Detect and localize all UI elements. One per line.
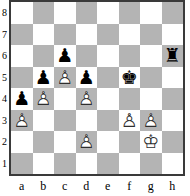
square-a4[interactable]: ♟	[11, 88, 33, 110]
square-f7[interactable]	[119, 24, 141, 46]
white-pawn-piece: ♟♙	[76, 131, 98, 153]
square-d2[interactable]: ♟♙	[76, 131, 98, 153]
square-d3[interactable]	[76, 110, 98, 132]
square-e6[interactable]	[97, 45, 119, 67]
square-f4[interactable]	[119, 88, 141, 110]
square-f3[interactable]: ♟♙	[119, 110, 141, 132]
square-f6[interactable]	[119, 45, 141, 67]
square-b7[interactable]	[33, 24, 55, 46]
rank-label-3: 3	[0, 110, 9, 132]
file-label-g: g	[140, 177, 162, 195]
white-pawn-piece: ♟♙	[119, 110, 141, 132]
square-f8[interactable]	[119, 2, 141, 24]
white-pawn-piece: ♟♙	[33, 88, 55, 110]
chess-board: ♟♜♟♟♙♟♚♟♟♙♟♙♟♙♟♙♟♙♟♙♚♔	[11, 2, 183, 174]
square-c7[interactable]	[54, 24, 76, 46]
rank-label-6: 6	[0, 45, 9, 67]
square-d8[interactable]	[76, 2, 98, 24]
square-h1[interactable]	[162, 153, 184, 175]
file-labels: a b c d e f g h	[11, 177, 183, 195]
square-b4[interactable]: ♟♙	[33, 88, 55, 110]
file-label-f: f	[119, 177, 141, 195]
square-e2[interactable]	[97, 131, 119, 153]
white-pawn-piece: ♟♙	[76, 88, 98, 110]
rank-label-4: 4	[0, 88, 9, 110]
square-c6[interactable]: ♟	[54, 45, 76, 67]
square-d4[interactable]: ♟♙	[76, 88, 98, 110]
file-label-h: h	[162, 177, 184, 195]
file-label-a: a	[11, 177, 33, 195]
square-f5[interactable]: ♚	[119, 67, 141, 89]
black-pawn-piece: ♟	[11, 88, 33, 110]
file-label-d: d	[76, 177, 98, 195]
square-g7[interactable]	[140, 24, 162, 46]
square-a5[interactable]	[11, 67, 33, 89]
square-g5[interactable]	[140, 67, 162, 89]
square-a8[interactable]	[11, 2, 33, 24]
square-b6[interactable]	[33, 45, 55, 67]
rank-label-2: 2	[0, 131, 9, 153]
square-d7[interactable]	[76, 24, 98, 46]
black-pawn-piece: ♟	[54, 45, 76, 67]
square-f2[interactable]	[119, 131, 141, 153]
square-g1[interactable]	[140, 153, 162, 175]
square-c1[interactable]	[54, 153, 76, 175]
black-king-piece: ♚	[119, 67, 141, 89]
square-h7[interactable]	[162, 24, 184, 46]
black-pawn-piece: ♟	[76, 67, 98, 89]
square-h5[interactable]	[162, 67, 184, 89]
square-d1[interactable]	[76, 153, 98, 175]
square-h6[interactable]: ♜	[162, 45, 184, 67]
file-label-b: b	[33, 177, 55, 195]
square-c3[interactable]	[54, 110, 76, 132]
square-h4[interactable]	[162, 88, 184, 110]
board-frame: ♟♜♟♟♙♟♚♟♟♙♟♙♟♙♟♙♟♙♟♙♚♔	[9, 0, 185, 176]
square-a1[interactable]	[11, 153, 33, 175]
square-g6[interactable]	[140, 45, 162, 67]
square-e8[interactable]	[97, 2, 119, 24]
square-b8[interactable]	[33, 2, 55, 24]
square-c5[interactable]: ♟♙	[54, 67, 76, 89]
square-h2[interactable]	[162, 131, 184, 153]
white-pawn-piece: ♟♙	[54, 67, 76, 89]
square-g2[interactable]: ♚♔	[140, 131, 162, 153]
square-b5[interactable]: ♟	[33, 67, 55, 89]
square-e4[interactable]	[97, 88, 119, 110]
rank-label-7: 7	[0, 24, 9, 46]
rank-label-8: 8	[0, 2, 9, 24]
square-e5[interactable]	[97, 67, 119, 89]
rank-label-1: 1	[0, 153, 9, 175]
square-e1[interactable]	[97, 153, 119, 175]
square-b3[interactable]	[33, 110, 55, 132]
black-pawn-piece: ♟	[33, 67, 55, 89]
square-g4[interactable]	[140, 88, 162, 110]
square-f1[interactable]	[119, 153, 141, 175]
square-e3[interactable]	[97, 110, 119, 132]
square-h3[interactable]	[162, 110, 184, 132]
square-c4[interactable]	[54, 88, 76, 110]
square-b1[interactable]	[33, 153, 55, 175]
white-pawn-piece: ♟♙	[140, 110, 162, 132]
rank-labels: 8 7 6 5 4 3 2 1	[0, 2, 9, 174]
square-c2[interactable]	[54, 131, 76, 153]
square-g8[interactable]	[140, 2, 162, 24]
white-king-piece: ♚♔	[140, 131, 162, 153]
square-e7[interactable]	[97, 24, 119, 46]
square-a7[interactable]	[11, 24, 33, 46]
file-label-c: c	[54, 177, 76, 195]
square-d5[interactable]: ♟	[76, 67, 98, 89]
square-c8[interactable]	[54, 2, 76, 24]
file-label-e: e	[97, 177, 119, 195]
rank-label-5: 5	[0, 67, 9, 89]
square-b2[interactable]	[33, 131, 55, 153]
black-rook-piece: ♜	[162, 45, 184, 67]
square-a2[interactable]	[11, 131, 33, 153]
square-a3[interactable]: ♟♙	[11, 110, 33, 132]
chess-diagram: 8 7 6 5 4 3 2 1 ♟♜♟♟♙♟♚♟♟♙♟♙♟♙♟♙♟♙♟♙♚♔ a…	[0, 0, 190, 196]
white-pawn-piece: ♟♙	[11, 110, 33, 132]
square-h8[interactable]	[162, 2, 184, 24]
square-a6[interactable]	[11, 45, 33, 67]
square-g3[interactable]: ♟♙	[140, 110, 162, 132]
square-d6[interactable]	[76, 45, 98, 67]
